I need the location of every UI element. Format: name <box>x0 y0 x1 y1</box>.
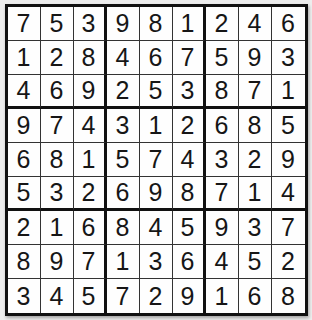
cell-r6c4[interactable]: 6 <box>107 177 140 211</box>
cell-r4c6[interactable]: 2 <box>173 109 206 143</box>
cell-r6c9[interactable]: 4 <box>272 177 305 211</box>
cell-r5c6[interactable]: 4 <box>173 143 206 177</box>
cell-r4c8[interactable]: 8 <box>239 109 272 143</box>
cell-r1c3[interactable]: 3 <box>74 7 107 41</box>
cell-r7c7[interactable]: 9 <box>206 211 239 245</box>
cell-r1c4[interactable]: 9 <box>107 7 140 41</box>
cell-r1c7[interactable]: 2 <box>206 7 239 41</box>
cell-r4c9[interactable]: 5 <box>272 109 305 143</box>
cell-r2c5[interactable]: 6 <box>140 41 173 75</box>
cell-r6c1[interactable]: 5 <box>8 177 41 211</box>
cell-r8c3[interactable]: 7 <box>74 245 107 279</box>
cell-r5c8[interactable]: 2 <box>239 143 272 177</box>
cell-r4c1[interactable]: 9 <box>8 109 41 143</box>
cell-r5c2[interactable]: 8 <box>41 143 74 177</box>
cell-r5c5[interactable]: 7 <box>140 143 173 177</box>
cell-r2c6[interactable]: 7 <box>173 41 206 75</box>
cell-r1c9[interactable]: 6 <box>272 7 305 41</box>
cell-r6c3[interactable]: 2 <box>74 177 107 211</box>
cell-r6c2[interactable]: 3 <box>41 177 74 211</box>
cell-r2c9[interactable]: 3 <box>272 41 305 75</box>
cell-r3c4[interactable]: 2 <box>107 75 140 109</box>
cell-r8c4[interactable]: 1 <box>107 245 140 279</box>
cell-r3c9[interactable]: 1 <box>272 75 305 109</box>
cell-r1c1[interactable]: 7 <box>8 7 41 41</box>
cell-r2c3[interactable]: 8 <box>74 41 107 75</box>
cell-r4c5[interactable]: 1 <box>140 109 173 143</box>
cell-r9c8[interactable]: 6 <box>239 279 272 313</box>
cell-r6c7[interactable]: 7 <box>206 177 239 211</box>
cell-r3c2[interactable]: 6 <box>41 75 74 109</box>
cell-r8c7[interactable]: 4 <box>206 245 239 279</box>
cell-r9c3[interactable]: 5 <box>74 279 107 313</box>
cell-r6c8[interactable]: 1 <box>239 177 272 211</box>
cell-r1c8[interactable]: 4 <box>239 7 272 41</box>
cell-r8c1[interactable]: 8 <box>8 245 41 279</box>
cell-r9c9[interactable]: 8 <box>272 279 305 313</box>
cell-r7c1[interactable]: 2 <box>8 211 41 245</box>
cell-r9c7[interactable]: 1 <box>206 279 239 313</box>
cell-r4c4[interactable]: 3 <box>107 109 140 143</box>
cell-r3c5[interactable]: 5 <box>140 75 173 109</box>
cell-r3c8[interactable]: 7 <box>239 75 272 109</box>
cell-r5c1[interactable]: 6 <box>8 143 41 177</box>
cell-r2c4[interactable]: 4 <box>107 41 140 75</box>
cell-r7c6[interactable]: 5 <box>173 211 206 245</box>
cell-r8c2[interactable]: 9 <box>41 245 74 279</box>
cell-r9c6[interactable]: 9 <box>173 279 206 313</box>
cell-r1c2[interactable]: 5 <box>41 7 74 41</box>
cell-r1c5[interactable]: 8 <box>140 7 173 41</box>
cell-r8c6[interactable]: 6 <box>173 245 206 279</box>
cell-r8c8[interactable]: 5 <box>239 245 272 279</box>
cell-r8c9[interactable]: 2 <box>272 245 305 279</box>
cell-r3c6[interactable]: 3 <box>173 75 206 109</box>
cell-r7c3[interactable]: 6 <box>74 211 107 245</box>
cell-r3c1[interactable]: 4 <box>8 75 41 109</box>
cell-r6c5[interactable]: 9 <box>140 177 173 211</box>
cell-r9c4[interactable]: 7 <box>107 279 140 313</box>
cell-r6c6[interactable]: 8 <box>173 177 206 211</box>
cell-r2c1[interactable]: 1 <box>8 41 41 75</box>
cell-r4c7[interactable]: 6 <box>206 109 239 143</box>
cell-r7c4[interactable]: 8 <box>107 211 140 245</box>
cell-r4c3[interactable]: 4 <box>74 109 107 143</box>
cell-r9c1[interactable]: 3 <box>8 279 41 313</box>
cell-r2c2[interactable]: 2 <box>41 41 74 75</box>
cell-r3c3[interactable]: 9 <box>74 75 107 109</box>
cell-r5c3[interactable]: 1 <box>74 143 107 177</box>
cell-r5c7[interactable]: 3 <box>206 143 239 177</box>
cell-r2c8[interactable]: 9 <box>239 41 272 75</box>
cell-r8c5[interactable]: 3 <box>140 245 173 279</box>
cell-r7c5[interactable]: 4 <box>140 211 173 245</box>
cell-r5c4[interactable]: 5 <box>107 143 140 177</box>
sudoku-board: 7539812461284675934692538719743126856815… <box>5 4 308 316</box>
cell-r9c5[interactable]: 2 <box>140 279 173 313</box>
cell-r9c2[interactable]: 4 <box>41 279 74 313</box>
cell-r7c8[interactable]: 3 <box>239 211 272 245</box>
cell-r3c7[interactable]: 8 <box>206 75 239 109</box>
cell-r7c2[interactable]: 1 <box>41 211 74 245</box>
cell-r5c9[interactable]: 9 <box>272 143 305 177</box>
cell-r2c7[interactable]: 5 <box>206 41 239 75</box>
cell-r7c9[interactable]: 7 <box>272 211 305 245</box>
cell-r4c2[interactable]: 7 <box>41 109 74 143</box>
cell-r1c6[interactable]: 1 <box>173 7 206 41</box>
